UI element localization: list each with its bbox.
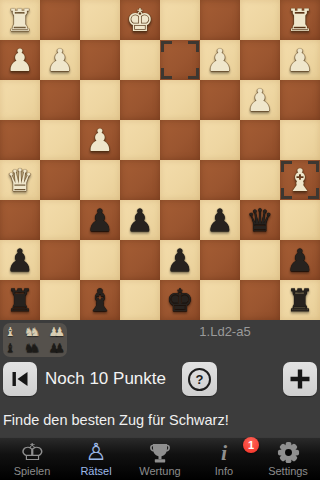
captured-white-bishop-x1: ♝	[5, 325, 16, 339]
square-e2[interactable]	[120, 40, 160, 80]
piece-wR: ♜	[280, 0, 320, 40]
square-h3[interactable]	[0, 80, 40, 120]
piece-bP: ♟	[200, 200, 240, 240]
square-a2[interactable]: ♟	[280, 40, 320, 80]
square-d1[interactable]	[160, 0, 200, 40]
piece-wK: ♚	[120, 0, 160, 40]
tab-label: Spielen	[14, 465, 51, 477]
tab-spielen[interactable]: ♔ Spielen	[0, 438, 64, 480]
tab-label: Rätsel	[80, 465, 111, 477]
square-b3[interactable]: ♟	[240, 80, 280, 120]
square-g8[interactable]	[40, 280, 80, 320]
square-d5[interactable]	[160, 160, 200, 200]
square-e5[interactable]	[120, 160, 160, 200]
square-c2[interactable]: ♟	[200, 40, 240, 80]
tab-label: Wertung	[139, 465, 180, 477]
captured-black-bishop-x1: ♝	[5, 341, 16, 355]
piece-bK: ♚	[160, 280, 200, 320]
trophy-icon	[148, 442, 172, 464]
captured-black-knight-x2: ♞♞	[24, 341, 41, 355]
square-d8[interactable]: ♚	[160, 280, 200, 320]
square-f8[interactable]: ♝	[80, 280, 120, 320]
chess-board: ♜♚♜♟♟♟♟♟♟♛♝♟♟♟♛♟♟♟♜♝♚♜	[0, 0, 320, 320]
square-d4[interactable]	[160, 120, 200, 160]
move-list: 1.Ld2-a5	[160, 324, 290, 339]
question-mark-icon: ?	[188, 368, 211, 391]
tab-wertung[interactable]: Wertung	[128, 438, 192, 480]
piece-bP: ♟	[280, 240, 320, 280]
square-a5[interactable]: ♝	[280, 160, 320, 200]
square-f4[interactable]: ♟	[80, 120, 120, 160]
piece-bP: ♟	[160, 240, 200, 280]
piece-bP: ♟	[120, 200, 160, 240]
piece-bB: ♝	[80, 280, 120, 320]
tab-info[interactable]: i 1 Info	[192, 438, 256, 480]
square-c3[interactable]	[200, 80, 240, 120]
square-e4[interactable]	[120, 120, 160, 160]
square-f3[interactable]	[80, 80, 120, 120]
square-d2[interactable]	[160, 40, 200, 80]
square-b4[interactable]	[240, 120, 280, 160]
square-c7[interactable]	[200, 240, 240, 280]
square-g2[interactable]: ♟	[40, 40, 80, 80]
square-a3[interactable]	[280, 80, 320, 120]
pawn-icon: ♙	[85, 441, 107, 464]
hint-button[interactable]: ?	[182, 362, 217, 396]
puzzle-panel: ♝♞♞♟♟♝♞♞♟♟ 1.Ld2-a5 Noch 10 Punkte ? Fin…	[0, 320, 320, 437]
captured-black-pawn-x2: ♟♟	[48, 341, 65, 355]
piece-wP: ♟	[200, 40, 240, 80]
square-c1[interactable]	[200, 0, 240, 40]
square-h6[interactable]	[0, 200, 40, 240]
square-g4[interactable]	[40, 120, 80, 160]
move-highlight-brackets	[160, 40, 200, 80]
piece-bR: ♜	[280, 280, 320, 320]
captured-white-knight-x2: ♞♞	[24, 325, 41, 339]
square-f6[interactable]: ♟	[80, 200, 120, 240]
plus-icon	[288, 367, 312, 391]
captured-white-row: ♝♞♞♟♟	[5, 325, 65, 339]
square-g3[interactable]	[40, 80, 80, 120]
square-d3[interactable]	[160, 80, 200, 120]
tab-settings[interactable]: Settings	[256, 438, 320, 480]
square-e7[interactable]	[120, 240, 160, 280]
piece-wP: ♟	[80, 120, 120, 160]
square-d6[interactable]	[160, 200, 200, 240]
piece-bQ: ♛	[240, 200, 280, 240]
square-h1[interactable]: ♜	[0, 0, 40, 40]
square-d7[interactable]: ♟	[160, 240, 200, 280]
square-b7[interactable]	[240, 240, 280, 280]
square-b5[interactable]	[240, 160, 280, 200]
move-highlight-brackets	[280, 160, 320, 200]
points-remaining-label: Noch 10 Punkte	[45, 362, 166, 396]
square-f5[interactable]	[80, 160, 120, 200]
add-button[interactable]	[283, 362, 317, 396]
square-e3[interactable]	[120, 80, 160, 120]
square-h2[interactable]: ♟	[0, 40, 40, 80]
square-b2[interactable]	[240, 40, 280, 80]
restart-button[interactable]	[3, 362, 37, 396]
square-c6[interactable]: ♟	[200, 200, 240, 240]
square-h4[interactable]	[0, 120, 40, 160]
captured-pieces-tray: ♝♞♞♟♟♝♞♞♟♟	[3, 323, 67, 357]
piece-wP: ♟	[40, 40, 80, 80]
square-g6[interactable]	[40, 200, 80, 240]
piece-wP: ♟	[0, 40, 40, 80]
puzzle-instruction: Finde den besten Zug für Schwarz!	[3, 412, 229, 428]
square-f7[interactable]	[80, 240, 120, 280]
square-a8[interactable]: ♜	[280, 280, 320, 320]
skip-to-start-icon	[11, 371, 29, 387]
piece-bP: ♟	[0, 240, 40, 280]
piece-wP: ♟	[240, 80, 280, 120]
square-c4[interactable]	[200, 120, 240, 160]
square-b6[interactable]: ♛	[240, 200, 280, 240]
tab-raetsel[interactable]: ♙ Rätsel	[64, 438, 128, 480]
square-h5[interactable]: ♛	[0, 160, 40, 200]
square-a7[interactable]: ♟	[280, 240, 320, 280]
tab-label: Settings	[268, 465, 308, 477]
square-g1[interactable]	[40, 0, 80, 40]
square-g7[interactable]	[40, 240, 80, 280]
info-icon: i	[221, 442, 227, 464]
notification-badge: 1	[243, 437, 259, 453]
square-e8[interactable]	[120, 280, 160, 320]
square-a1[interactable]: ♜	[280, 0, 320, 40]
piece-wR: ♜	[0, 0, 40, 40]
captured-white-pawn-x2: ♟♟	[48, 325, 65, 339]
tab-bar: ♔ Spielen ♙ Rätsel Wertung i 1 Info	[0, 437, 320, 480]
square-h7[interactable]: ♟	[0, 240, 40, 280]
square-b8[interactable]	[240, 280, 280, 320]
piece-wQ: ♛	[0, 160, 40, 200]
piece-bR: ♜	[0, 280, 40, 320]
gear-icon	[277, 441, 300, 464]
square-e1[interactable]: ♚	[120, 0, 160, 40]
captured-black-row: ♝♞♞♟♟	[5, 341, 65, 355]
piece-bP: ♟	[80, 200, 120, 240]
square-f2[interactable]	[80, 40, 120, 80]
square-h8[interactable]: ♜	[0, 280, 40, 320]
square-c8[interactable]	[200, 280, 240, 320]
square-b1[interactable]	[240, 0, 280, 40]
square-f1[interactable]	[80, 0, 120, 40]
square-c5[interactable]	[200, 160, 240, 200]
tab-label: Info	[215, 465, 233, 477]
square-a4[interactable]	[280, 120, 320, 160]
square-e6[interactable]: ♟	[120, 200, 160, 240]
piece-wB: ♝	[280, 160, 320, 200]
king-crown-icon: ♔	[19, 441, 45, 464]
square-g5[interactable]	[40, 160, 80, 200]
piece-wP: ♟	[280, 40, 320, 80]
square-a6[interactable]	[280, 200, 320, 240]
